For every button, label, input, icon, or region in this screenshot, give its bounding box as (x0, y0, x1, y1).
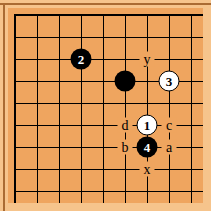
grid-line-horizontal (14, 169, 203, 170)
board-edge-left (14, 14, 16, 203)
grid-line-horizontal (14, 59, 203, 60)
grid-line-vertical (103, 14, 104, 203)
grid-line-vertical (169, 14, 170, 203)
go-board: 2314ydcbax (8, 8, 203, 203)
go-diagram: 2314ydcbax (0, 0, 211, 211)
point-label-a: a (162, 140, 177, 155)
board-edge-top (14, 14, 203, 16)
stone-2: 2 (71, 49, 92, 70)
grid-line-horizontal (14, 103, 203, 104)
stone-plain-black (115, 71, 136, 92)
frame-accent-left (3, 3, 5, 211)
stone-1: 1 (137, 115, 158, 136)
grid-line-horizontal (14, 191, 203, 192)
grid-line-vertical (81, 14, 82, 203)
grid-line-vertical (59, 14, 60, 203)
point-label-c: c (162, 118, 177, 133)
grid-line-vertical (191, 14, 192, 203)
point-label-y: y (140, 52, 155, 67)
stone-3: 3 (159, 71, 180, 92)
grid-line-horizontal (14, 37, 203, 38)
frame-accent-top (0, 3, 211, 5)
grid-line-vertical (125, 14, 126, 203)
stone-4: 4 (137, 137, 158, 158)
point-label-d: d (118, 118, 133, 133)
point-label-x: x (140, 162, 155, 177)
grid-line-vertical (37, 14, 38, 203)
point-label-b: b (118, 140, 133, 155)
